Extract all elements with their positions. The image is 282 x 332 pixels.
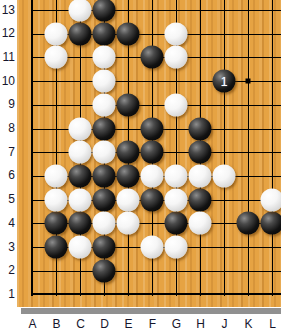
stone-white-C3: [69, 236, 92, 259]
column-label-C: C: [72, 318, 89, 331]
stone-white-D9: [93, 93, 116, 116]
stone-black-D12: [93, 22, 116, 45]
stone-white-B6: [45, 164, 68, 187]
stone-black-B3: [45, 236, 68, 259]
stone-white-D10: [93, 70, 116, 93]
star-point-K10: [246, 79, 251, 84]
stone-black-F5: [141, 188, 164, 211]
stone-black-D5: [93, 188, 116, 211]
grid-vertical-line-L: [272, 0, 273, 296]
grid-horizontal-line-10: [31, 81, 281, 82]
stone-black-E9: [117, 93, 140, 116]
stone-white-G9: [165, 93, 188, 116]
stone-black-F8: [141, 117, 164, 140]
stone-black-C6: [69, 164, 92, 187]
stone-white-C5: [69, 188, 92, 211]
column-label-F: F: [144, 318, 161, 331]
stone-black-F11: [141, 46, 164, 69]
stone-white-F6: [141, 164, 164, 187]
row-label-13: 13: [0, 4, 15, 17]
column-label-L: L: [264, 318, 281, 331]
stone-black-D2: [93, 259, 116, 282]
stone-white-E5: [117, 188, 140, 211]
stone-black-C4: [69, 212, 92, 235]
row-label-9: 9: [0, 98, 15, 111]
grid-horizontal-line-1: [31, 293, 281, 295]
stone-black-K4: [237, 212, 260, 235]
row-label-7: 7: [0, 146, 15, 159]
row-label-6: 6: [0, 169, 15, 182]
stone-black-C12: [69, 22, 92, 45]
grid-vertical-line-K: [248, 0, 249, 296]
stone-black-H5: [189, 188, 212, 211]
board-drop-shadow: [21, 308, 281, 314]
column-label-D: D: [96, 318, 113, 331]
stone-black-H7: [189, 141, 212, 164]
grid-vertical-line-J: [224, 0, 225, 296]
row-label-2: 2: [0, 264, 15, 277]
move-number-label: 1: [221, 75, 228, 87]
stone-white-H4: [189, 212, 212, 235]
column-label-E: E: [120, 318, 137, 331]
stone-white-G3: [165, 236, 188, 259]
grid-horizontal-line-9: [31, 105, 281, 106]
stone-black-E7: [117, 141, 140, 164]
column-label-J: J: [216, 318, 233, 331]
stone-white-B5: [45, 188, 68, 211]
stone-white-B11: [45, 46, 68, 69]
row-label-11: 11: [0, 51, 15, 64]
stone-white-L5: [261, 188, 282, 211]
stone-white-B12: [45, 22, 68, 45]
stone-white-F3: [141, 236, 164, 259]
stone-black-H8: [189, 117, 212, 140]
row-label-10: 10: [0, 75, 15, 88]
row-label-3: 3: [0, 241, 15, 254]
stone-black-E6: [117, 164, 140, 187]
stone-black-F7: [141, 141, 164, 164]
stone-black-D3: [93, 236, 116, 259]
stone-white-D7: [93, 141, 116, 164]
stone-white-C8: [69, 117, 92, 140]
stone-black-E12: [117, 22, 140, 45]
grid-vertical-line-A: [31, 0, 33, 296]
stone-white-G12: [165, 22, 188, 45]
column-label-A: A: [24, 318, 41, 331]
column-label-H: H: [192, 318, 209, 331]
stone-white-G6: [165, 164, 188, 187]
stone-black-B4: [45, 212, 68, 235]
stone-white-D11: [93, 46, 116, 69]
stone-black-D6: [93, 164, 116, 187]
go-board-screenshot: 1 13121110987654321 ABCDEFGHJKL: [0, 0, 281, 332]
grid-horizontal-line-2: [31, 271, 281, 272]
stone-white-E4: [117, 212, 140, 235]
stone-white-G5: [165, 188, 188, 211]
column-label-G: G: [168, 318, 185, 331]
row-label-8: 8: [0, 122, 15, 135]
stone-black-L4: [261, 212, 282, 235]
stone-black-D8: [93, 117, 116, 140]
stone-white-G11: [165, 46, 188, 69]
stone-black-J10: 1: [213, 70, 236, 93]
stone-white-C7: [69, 141, 92, 164]
row-label-1: 1: [0, 288, 15, 301]
stone-white-H6: [189, 164, 212, 187]
row-label-12: 12: [0, 27, 15, 40]
stone-white-D4: [93, 212, 116, 235]
column-label-K: K: [240, 318, 257, 331]
column-label-B: B: [48, 318, 65, 331]
stone-black-G4: [165, 212, 188, 235]
stone-white-J6: [213, 164, 236, 187]
row-label-4: 4: [0, 217, 15, 230]
row-label-5: 5: [0, 193, 15, 206]
